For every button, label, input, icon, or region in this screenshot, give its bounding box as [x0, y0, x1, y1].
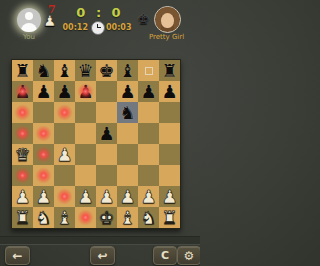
square-b4[interactable]	[33, 144, 54, 165]
white-rook-a1[interactable]: ♜	[14, 207, 30, 228]
undo-arrow-icon: ↩	[97, 250, 107, 262]
move-hint-dot-b3	[33, 165, 54, 186]
square-h2[interactable]: ♟	[159, 186, 180, 207]
black-bishop-f8[interactable]: ♝	[119, 60, 135, 81]
black-pawn-f7[interactable]: ♟	[119, 81, 135, 102]
move-hint-dot-c6	[54, 102, 75, 123]
square-c6[interactable]	[54, 102, 75, 123]
square-e8[interactable]: ♚	[96, 60, 117, 81]
square-h7[interactable]: ♟	[159, 81, 180, 102]
black-knight-b8[interactable]: ♞	[35, 60, 51, 81]
person-silhouette-icon	[25, 12, 33, 20]
white-pawn-b2[interactable]: ♟	[35, 186, 51, 207]
square-g5[interactable]	[138, 123, 159, 144]
square-b7[interactable]: ♟	[33, 81, 54, 102]
square-a3[interactable]	[12, 165, 33, 186]
square-e6[interactable]	[96, 102, 117, 123]
square-d3[interactable]	[75, 165, 96, 186]
square-c2[interactable]	[54, 186, 75, 207]
square-g6[interactable]	[138, 102, 159, 123]
black-king-e8[interactable]: ♚	[98, 60, 114, 81]
white-king-e1[interactable]: ♚	[98, 207, 114, 228]
white-pawn-f2[interactable]: ♟	[119, 186, 135, 207]
square-c3[interactable]	[54, 165, 75, 186]
black-pawn-b7[interactable]: ♟	[35, 81, 51, 102]
square-f5[interactable]	[117, 123, 138, 144]
black-pawn-e5[interactable]: ♟	[98, 123, 114, 144]
clock-icon	[91, 21, 105, 35]
square-g7[interactable]: ♟	[138, 81, 159, 102]
player-name-opponent: Pretty Girl	[140, 33, 193, 41]
square-d6[interactable]	[75, 102, 96, 123]
square-h5[interactable]	[159, 123, 180, 144]
back-button[interactable]: ←	[5, 246, 30, 265]
white-pawn-a2[interactable]: ♟	[14, 186, 30, 207]
square-e7[interactable]	[96, 81, 117, 102]
white-pawn-h2[interactable]: ♟	[161, 186, 177, 207]
square-e4[interactable]	[96, 144, 117, 165]
black-pawn-c7[interactable]: ♟	[56, 81, 72, 102]
black-pawn-g7[interactable]: ♟	[140, 81, 156, 102]
square-d4[interactable]	[75, 144, 96, 165]
square-c7[interactable]: ♟	[54, 81, 75, 102]
square-g4[interactable]	[138, 144, 159, 165]
square-f1[interactable]: ♝	[117, 207, 138, 228]
player-avatar-you	[17, 8, 41, 32]
black-pawn-h7[interactable]: ♟	[161, 81, 177, 102]
square-f2[interactable]: ♟	[117, 186, 138, 207]
square-f4[interactable]	[117, 144, 138, 165]
move-hint-dot-d1	[75, 207, 96, 228]
square-d7[interactable]: ♟	[75, 81, 96, 102]
square-a7[interactable]: ♟	[12, 81, 33, 102]
square-g3[interactable]	[138, 165, 159, 186]
white-pawn-icon: ♟	[43, 14, 56, 29]
square-a8[interactable]: ♜	[12, 60, 33, 81]
white-knight-b1[interactable]: ♞	[35, 207, 51, 228]
move-hint-dot-a6	[12, 102, 33, 123]
white-bishop-c1[interactable]: ♝	[56, 207, 72, 228]
square-b2[interactable]: ♟	[33, 186, 54, 207]
white-knight-g1[interactable]: ♞	[140, 207, 156, 228]
settings-button[interactable]: ⚙	[177, 246, 200, 265]
player-name-you: You	[9, 33, 49, 41]
square-h8[interactable]: ♜	[159, 60, 180, 81]
white-queen-a4[interactable]: ♛	[14, 144, 30, 165]
black-king-icon: ♚	[137, 12, 150, 26]
square-h4[interactable]	[159, 144, 180, 165]
square-e3[interactable]	[96, 165, 117, 186]
white-pawn-e2[interactable]: ♟	[98, 186, 114, 207]
last-move-origin-marker	[145, 67, 153, 75]
white-pawn-c4[interactable]: ♟	[56, 144, 72, 165]
square-a2[interactable]: ♟	[12, 186, 33, 207]
square-c4[interactable]: ♟	[54, 144, 75, 165]
undo-move-button[interactable]: ↩	[90, 246, 115, 265]
square-f7[interactable]: ♟	[117, 81, 138, 102]
white-rook-h1[interactable]: ♜	[161, 207, 177, 228]
move-hint-dot-b4	[33, 144, 54, 165]
square-c1[interactable]: ♝	[54, 207, 75, 228]
black-rook-h8[interactable]: ♜	[161, 60, 177, 81]
square-d5[interactable]	[75, 123, 96, 144]
black-pawn-a7[interactable]: ♟	[14, 81, 30, 102]
square-b6[interactable]	[33, 102, 54, 123]
chess-board[interactable]: ♜♞♝♛♚♝♜♟♟♟♟♟♟♟♞♟♛♟♟♟♟♟♟♟♟♜♞♝♚♝♞♜	[11, 59, 181, 229]
black-rook-a8[interactable]: ♜	[14, 60, 30, 81]
square-e5[interactable]: ♟	[96, 123, 117, 144]
square-b5[interactable]	[33, 123, 54, 144]
bottom-divider	[0, 236, 200, 245]
square-a5[interactable]	[12, 123, 33, 144]
white-pawn-g2[interactable]: ♟	[140, 186, 156, 207]
square-e1[interactable]: ♚	[96, 207, 117, 228]
square-g8[interactable]	[138, 60, 159, 81]
square-c8[interactable]: ♝	[54, 60, 75, 81]
square-d8[interactable]: ♛	[75, 60, 96, 81]
score-display: 0 : 0	[60, 5, 140, 20]
square-f8[interactable]: ♝	[117, 60, 138, 81]
square-f6[interactable]: ♞	[117, 102, 138, 123]
square-b8[interactable]: ♞	[33, 60, 54, 81]
black-knight-f6[interactable]: ♞	[119, 102, 135, 123]
square-d1[interactable]	[75, 207, 96, 228]
black-bishop-c8[interactable]: ♝	[56, 60, 72, 81]
square-h1[interactable]: ♜	[159, 207, 180, 228]
square-c5[interactable]	[54, 123, 75, 144]
timer-black: 00:03	[106, 23, 138, 32]
move-hint-dot-b5	[33, 123, 54, 144]
square-a4[interactable]: ♛	[12, 144, 33, 165]
left-player-badge: 7	[48, 3, 56, 16]
restart-button[interactable]: C	[153, 246, 177, 265]
square-b1[interactable]: ♞	[33, 207, 54, 228]
move-hint-dot-c2	[54, 186, 75, 207]
move-hint-dot-a5	[12, 123, 33, 144]
white-pawn-d2[interactable]: ♟	[77, 186, 93, 207]
square-a6[interactable]	[12, 102, 33, 123]
white-bishop-f1[interactable]: ♝	[119, 207, 135, 228]
square-a1[interactable]: ♜	[12, 207, 33, 228]
square-h3[interactable]	[159, 165, 180, 186]
square-h6[interactable]	[159, 102, 180, 123]
gear-icon: ⚙	[184, 250, 195, 262]
move-hint-dot-a3	[12, 165, 33, 186]
square-f3[interactable]	[117, 165, 138, 186]
black-queen-d8[interactable]: ♛	[77, 60, 93, 81]
timer-white: 00:12	[56, 23, 88, 32]
player-avatar-opponent	[154, 6, 181, 33]
square-g1[interactable]: ♞	[138, 207, 159, 228]
black-pawn-d7[interactable]: ♟	[77, 81, 93, 102]
square-g2[interactable]: ♟	[138, 186, 159, 207]
restart-icon: C	[161, 250, 169, 261]
square-b3[interactable]	[33, 165, 54, 186]
square-e2[interactable]: ♟	[96, 186, 117, 207]
back-arrow-icon: ←	[12, 250, 22, 262]
square-d2[interactable]: ♟	[75, 186, 96, 207]
